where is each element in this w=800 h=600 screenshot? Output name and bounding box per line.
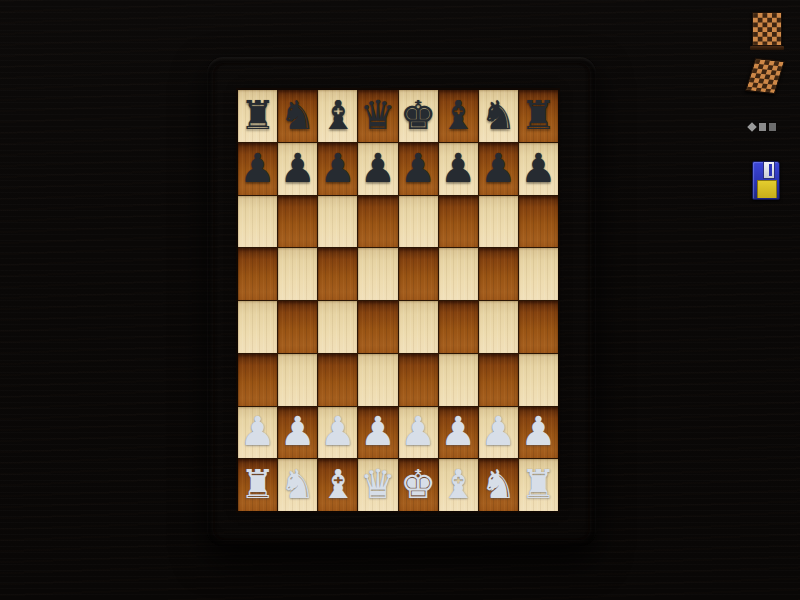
- square-f4[interactable]: [439, 301, 478, 353]
- piece-black-pawn[interactable]: ♟: [440, 148, 476, 188]
- square-c7[interactable]: ♟: [318, 143, 357, 195]
- floppy-label: [757, 180, 778, 198]
- square-g6[interactable]: [479, 196, 518, 248]
- square-f6[interactable]: [439, 196, 478, 248]
- square-e4[interactable]: [399, 301, 438, 353]
- square-h7[interactable]: ♟: [519, 143, 558, 195]
- square-h8[interactable]: ♜: [519, 90, 558, 142]
- square-c1[interactable]: ♝: [318, 459, 357, 511]
- tilted-board-button[interactable]: [750, 59, 780, 93]
- square-f8[interactable]: ♝: [439, 90, 478, 142]
- piece-black-rook[interactable]: ♜: [240, 95, 276, 135]
- piece-black-bishop[interactable]: ♝: [440, 95, 476, 135]
- piece-white-rook[interactable]: ♜: [521, 464, 557, 504]
- square-a5[interactable]: [238, 248, 277, 300]
- square-f1[interactable]: ♝: [439, 459, 478, 511]
- square-c3[interactable]: [318, 354, 357, 406]
- square-e6[interactable]: [399, 196, 438, 248]
- square-f2[interactable]: ♟: [439, 407, 478, 459]
- square-e5[interactable]: [399, 248, 438, 300]
- diamond-icon: [747, 122, 757, 132]
- square-g3[interactable]: [479, 354, 518, 406]
- piece-black-pawn[interactable]: ♟: [480, 148, 516, 188]
- piece-white-pawn[interactable]: ♟: [320, 411, 356, 451]
- square-d1[interactable]: ♛: [358, 459, 397, 511]
- piece-white-pawn[interactable]: ♟: [521, 411, 557, 451]
- piece-black-queen[interactable]: ♛: [360, 95, 396, 135]
- square-b4[interactable]: [278, 301, 317, 353]
- board-stand: [750, 46, 784, 50]
- square-a8[interactable]: ♜: [238, 90, 277, 142]
- chess-board-frame: ♜♞♝♛♚♝♞♜♟♟♟♟♟♟♟♟♟♟♟♟♟♟♟♟♜♞♝♛♚♝♞♜: [207, 57, 596, 546]
- piece-white-knight[interactable]: ♞: [280, 464, 316, 504]
- piece-white-king[interactable]: ♚: [400, 464, 436, 504]
- piece-white-bishop[interactable]: ♝: [440, 464, 476, 504]
- block-icon: [759, 123, 766, 131]
- square-d3[interactable]: [358, 354, 397, 406]
- square-h5[interactable]: [519, 248, 558, 300]
- square-a6[interactable]: [238, 196, 277, 248]
- piece-black-pawn[interactable]: ♟: [521, 148, 557, 188]
- square-d5[interactable]: [358, 248, 397, 300]
- square-e1[interactable]: ♚: [399, 459, 438, 511]
- piece-black-pawn[interactable]: ♟: [280, 148, 316, 188]
- floppy-shutter: [763, 162, 775, 179]
- new-board-button[interactable]: [752, 12, 782, 46]
- square-c2[interactable]: ♟: [318, 407, 357, 459]
- square-a7[interactable]: ♟: [238, 143, 277, 195]
- square-b8[interactable]: ♞: [278, 90, 317, 142]
- square-a2[interactable]: ♟: [238, 407, 277, 459]
- chess-app: { "game": "chess", "app": { "view": "woo…: [0, 0, 800, 600]
- piece-white-rook[interactable]: ♜: [240, 464, 276, 504]
- square-e8[interactable]: ♚: [399, 90, 438, 142]
- piece-black-bishop[interactable]: ♝: [320, 95, 356, 135]
- square-b7[interactable]: ♟: [278, 143, 317, 195]
- tilted-chessboard-icon: [745, 58, 785, 94]
- square-e2[interactable]: ♟: [399, 407, 438, 459]
- square-e3[interactable]: [399, 354, 438, 406]
- square-d2[interactable]: ♟: [358, 407, 397, 459]
- square-d8[interactable]: ♛: [358, 90, 397, 142]
- moves-button[interactable]: [748, 120, 778, 134]
- square-a4[interactable]: [238, 301, 277, 353]
- square-b6[interactable]: [278, 196, 317, 248]
- square-b3[interactable]: [278, 354, 317, 406]
- square-f3[interactable]: [439, 354, 478, 406]
- square-c8[interactable]: ♝: [318, 90, 357, 142]
- save-floppy-icon: [752, 161, 780, 200]
- block-icon: [769, 123, 776, 131]
- piece-white-pawn[interactable]: ♟: [440, 411, 476, 451]
- piece-black-pawn[interactable]: ♟: [400, 148, 436, 188]
- square-h2[interactable]: ♟: [519, 407, 558, 459]
- square-c6[interactable]: [318, 196, 357, 248]
- square-h6[interactable]: [519, 196, 558, 248]
- square-d7[interactable]: ♟: [358, 143, 397, 195]
- square-g4[interactable]: [479, 301, 518, 353]
- piece-white-pawn[interactable]: ♟: [240, 411, 276, 451]
- piece-black-pawn[interactable]: ♟: [240, 148, 276, 188]
- piece-white-pawn[interactable]: ♟: [400, 411, 436, 451]
- square-g7[interactable]: ♟: [479, 143, 518, 195]
- square-f5[interactable]: [439, 248, 478, 300]
- square-a1[interactable]: ♜: [238, 459, 277, 511]
- square-h3[interactable]: [519, 354, 558, 406]
- square-h4[interactable]: [519, 301, 558, 353]
- piece-white-bishop[interactable]: ♝: [320, 464, 356, 504]
- chess-board[interactable]: ♜♞♝♛♚♝♞♜♟♟♟♟♟♟♟♟♟♟♟♟♟♟♟♟♜♞♝♛♚♝♞♜: [238, 90, 558, 511]
- piece-black-pawn[interactable]: ♟: [360, 148, 396, 188]
- square-g2[interactable]: ♟: [479, 407, 518, 459]
- square-g5[interactable]: [479, 248, 518, 300]
- piece-black-pawn[interactable]: ♟: [320, 148, 356, 188]
- square-c4[interactable]: [318, 301, 357, 353]
- square-h1[interactable]: ♜: [519, 459, 558, 511]
- piece-white-queen[interactable]: ♛: [360, 464, 396, 504]
- square-d6[interactable]: [358, 196, 397, 248]
- square-a3[interactable]: [238, 354, 277, 406]
- save-button[interactable]: [752, 161, 780, 200]
- square-b1[interactable]: ♞: [278, 459, 317, 511]
- piece-black-king[interactable]: ♚: [400, 95, 436, 135]
- piece-white-knight[interactable]: ♞: [480, 464, 516, 504]
- square-d4[interactable]: [358, 301, 397, 353]
- piece-black-rook[interactable]: ♜: [521, 95, 557, 135]
- piece-black-knight[interactable]: ♞: [280, 95, 316, 135]
- square-e7[interactable]: ♟: [399, 143, 438, 195]
- square-g1[interactable]: ♞: [479, 459, 518, 511]
- square-f7[interactable]: ♟: [439, 143, 478, 195]
- piece-black-knight[interactable]: ♞: [480, 95, 516, 135]
- piece-white-pawn[interactable]: ♟: [480, 411, 516, 451]
- square-c5[interactable]: [318, 248, 357, 300]
- square-g8[interactable]: ♞: [479, 90, 518, 142]
- piece-white-pawn[interactable]: ♟: [360, 411, 396, 451]
- piece-white-pawn[interactable]: ♟: [280, 411, 316, 451]
- square-b5[interactable]: [278, 248, 317, 300]
- chessboard-icon: [752, 12, 782, 46]
- square-b2[interactable]: ♟: [278, 407, 317, 459]
